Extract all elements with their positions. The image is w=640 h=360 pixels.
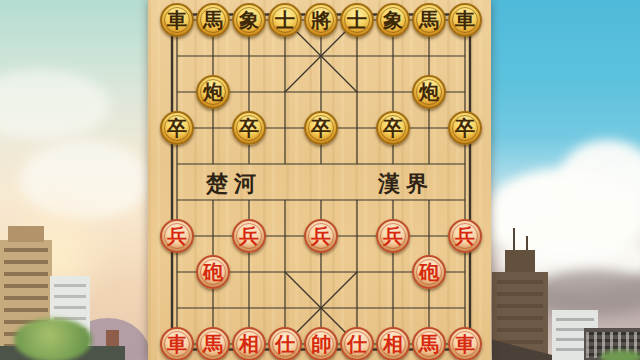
piece-red-soldier[interactable]: 兵 — [160, 219, 194, 253]
piece-red-soldier[interactable]: 兵 — [376, 219, 410, 253]
xiangqi-board[interactable]: 楚河 漢界 車馬象士將士象馬車炮炮卒卒卒卒卒兵兵兵兵兵砲砲車馬相仕帥仕相馬車 — [148, 0, 491, 360]
piece-black-elephant[interactable]: 象 — [376, 3, 410, 37]
piece-black-cannon[interactable]: 炮 — [196, 75, 230, 109]
piece-red-chariot[interactable]: 車 — [448, 327, 482, 360]
piece-red-advisor[interactable]: 仕 — [340, 327, 374, 360]
piece-red-horse[interactable]: 馬 — [412, 327, 446, 360]
piece-red-soldier[interactable]: 兵 — [304, 219, 338, 253]
piece-black-elephant[interactable]: 象 — [232, 3, 266, 37]
piece-black-horse[interactable]: 馬 — [196, 3, 230, 37]
building-left-roofbox — [8, 226, 44, 242]
piece-red-cannon[interactable]: 砲 — [412, 255, 446, 289]
piece-red-horse[interactable]: 馬 — [196, 327, 230, 360]
river-label-chu-he: 楚河 — [184, 169, 284, 199]
piece-red-elephant[interactable]: 相 — [232, 327, 266, 360]
piece-black-soldier[interactable]: 卒 — [376, 111, 410, 145]
piece-red-advisor[interactable]: 仕 — [268, 327, 302, 360]
piece-red-cannon[interactable]: 砲 — [196, 255, 230, 289]
piece-red-general[interactable]: 帥 — [304, 327, 338, 360]
piece-black-soldier[interactable]: 卒 — [448, 111, 482, 145]
piece-black-advisor[interactable]: 士 — [268, 3, 302, 37]
piece-red-soldier[interactable]: 兵 — [448, 219, 482, 253]
piece-black-soldier[interactable]: 卒 — [304, 111, 338, 145]
piece-black-advisor[interactable]: 士 — [340, 3, 374, 37]
piece-red-soldier[interactable]: 兵 — [232, 219, 266, 253]
piece-black-soldier[interactable]: 卒 — [160, 111, 194, 145]
piece-black-horse[interactable]: 馬 — [412, 3, 446, 37]
piece-black-general[interactable]: 將 — [304, 3, 338, 37]
piece-red-chariot[interactable]: 車 — [160, 327, 194, 360]
tree-right — [600, 350, 640, 360]
piece-red-elephant[interactable]: 相 — [376, 327, 410, 360]
river-label-han-jie: 漢界 — [356, 169, 456, 199]
piece-black-chariot[interactable]: 車 — [448, 3, 482, 37]
piece-black-chariot[interactable]: 車 — [160, 3, 194, 37]
tree-left — [14, 318, 92, 360]
piece-black-cannon[interactable]: 炮 — [412, 75, 446, 109]
piece-black-soldier[interactable]: 卒 — [232, 111, 266, 145]
